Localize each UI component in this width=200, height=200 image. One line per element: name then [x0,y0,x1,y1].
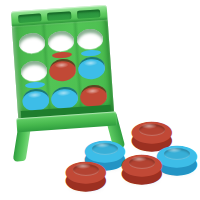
hole-filled: ● [22,88,49,110]
disc-blue[interactable]: ● [78,59,105,76]
hole-empty [47,30,74,52]
disc-highlight [75,163,91,169]
loose-disc-red-2[interactable]: ●● [123,153,161,181]
hole-empty [76,28,103,50]
disc-highlight [94,142,110,148]
hole-empty [20,60,47,82]
disc-highlight [141,123,157,129]
disc-highlight [166,147,182,153]
drop-slot-3[interactable] [77,9,101,19]
loose-disc-red-3[interactable]: ●● [67,160,105,188]
disc-blue[interactable]: ● [51,89,78,106]
hole-filled: ● [80,84,107,106]
disc-red[interactable]: ● [80,87,107,104]
disc-highlight [131,156,147,162]
board-grid: ●●●●● [16,24,109,114]
board-cell-r2c2[interactable]: ● [47,54,78,84]
hole-filled: ● [78,56,105,78]
board-cell-r2c3[interactable]: ● [76,52,107,82]
hole-empty [18,32,45,54]
photo-scene: ●●●●● ●●●●●●●●●● [0,0,200,200]
board-cell-r1c1[interactable] [16,28,47,58]
disc-red[interactable]: ● [49,61,76,78]
disc-blue[interactable]: ● [22,91,49,108]
hole-filled: ● [49,58,76,80]
drop-slot-1[interactable] [18,13,42,23]
hole-filled: ● [51,86,78,108]
drop-slot-2[interactable] [47,11,71,21]
